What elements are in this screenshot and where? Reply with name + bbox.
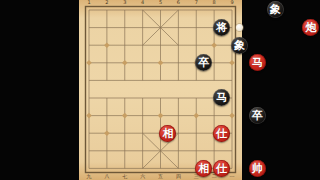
file-label-bottom: 七 xyxy=(122,173,127,179)
piece-red-horse[interactable]: 马 xyxy=(249,54,266,71)
piece-black-soldier[interactable]: 卒 xyxy=(195,54,212,71)
file-label-top: 4 xyxy=(141,0,144,5)
piece-black-general[interactable]: 将 xyxy=(213,19,230,36)
piece-red-general[interactable]: 帅 xyxy=(249,160,266,177)
piece-black-elephant[interactable]: 象 xyxy=(267,1,284,18)
file-label-top: 2 xyxy=(105,0,108,5)
file-label-bottom: 六 xyxy=(140,173,145,179)
piece-red-advisor[interactable]: 仕 xyxy=(213,125,230,142)
file-label-top: 3 xyxy=(123,0,126,5)
piece-black-elephant[interactable]: 象 xyxy=(231,37,248,54)
piece-black-soldier[interactable]: 卒 xyxy=(249,107,266,124)
letterbox-left xyxy=(0,0,79,180)
piece-red-advisor[interactable]: 仕 xyxy=(213,160,230,177)
file-label-bottom: 八 xyxy=(104,173,109,179)
pieces-layer: 象将炮象卒马马卒相仕相仕帅 xyxy=(159,1,320,177)
piece-black-horse[interactable]: 马 xyxy=(213,89,230,106)
piece-red-elephant[interactable]: 相 xyxy=(159,125,176,142)
piece-red-elephant[interactable]: 相 xyxy=(195,160,212,177)
file-label-top: 1 xyxy=(87,0,90,5)
last-move-origin-marker xyxy=(236,24,243,31)
piece-red-cannon[interactable]: 炮 xyxy=(302,19,319,36)
file-label-bottom: 九 xyxy=(87,173,92,179)
xiangqi-board: 123456789 九八七六五四三二一 象将炮象卒马马卒相仕相仕帅 xyxy=(79,0,242,180)
